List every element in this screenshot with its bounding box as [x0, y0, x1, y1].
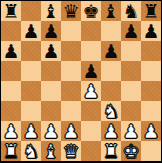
- square-c4[interactable]: [41, 81, 61, 101]
- square-b1[interactable]: ♞: [21, 141, 41, 161]
- black-knight[interactable]: ♞: [122, 1, 139, 21]
- black-pawn[interactable]: ♟: [102, 41, 119, 61]
- square-g3[interactable]: [121, 101, 141, 121]
- white-pawn[interactable]: ♟: [22, 121, 39, 141]
- square-e5[interactable]: ♟: [81, 61, 101, 81]
- white-king[interactable]: ♚: [122, 141, 139, 161]
- square-e7[interactable]: [81, 21, 101, 41]
- white-pawn[interactable]: ♟: [142, 121, 159, 141]
- square-e3[interactable]: [81, 101, 101, 121]
- square-g4[interactable]: [121, 81, 141, 101]
- square-g2[interactable]: ♟: [121, 121, 141, 141]
- square-c1[interactable]: ♝: [41, 141, 61, 161]
- square-f1[interactable]: ♜: [101, 141, 121, 161]
- chess-board-frame: ♜♝♛♚♝♞♜♟♟♟♟♟♟♟♟♟♞♟♟♟♟♟♟♟♜♞♝♛♜♚: [0, 1, 162, 163]
- square-e1[interactable]: [81, 141, 101, 161]
- square-f5[interactable]: [101, 61, 121, 81]
- square-a4[interactable]: [1, 81, 21, 101]
- square-b5[interactable]: [21, 61, 41, 81]
- black-pawn[interactable]: ♟: [42, 21, 59, 41]
- square-a2[interactable]: ♟: [1, 121, 21, 141]
- black-pawn[interactable]: ♟: [2, 41, 19, 61]
- white-pawn[interactable]: ♟: [102, 121, 119, 141]
- white-rook[interactable]: ♜: [2, 141, 19, 161]
- square-d8[interactable]: ♛: [61, 1, 81, 21]
- square-h2[interactable]: ♟: [141, 121, 161, 141]
- square-e6[interactable]: [81, 41, 101, 61]
- square-g5[interactable]: [121, 61, 141, 81]
- square-b2[interactable]: ♟: [21, 121, 41, 141]
- square-d5[interactable]: [61, 61, 81, 81]
- chess-board: ♜♝♛♚♝♞♜♟♟♟♟♟♟♟♟♟♞♟♟♟♟♟♟♟♜♞♝♛♜♚: [1, 1, 161, 161]
- square-f7[interactable]: [101, 21, 121, 41]
- white-knight[interactable]: ♞: [22, 141, 39, 161]
- square-c8[interactable]: ♝: [41, 1, 61, 21]
- square-d2[interactable]: ♟: [61, 121, 81, 141]
- square-h1[interactable]: [141, 141, 161, 161]
- white-bishop[interactable]: ♝: [42, 141, 59, 161]
- white-queen[interactable]: ♛: [62, 141, 79, 161]
- square-g1[interactable]: ♚: [121, 141, 141, 161]
- black-king[interactable]: ♚: [82, 1, 99, 21]
- square-e4[interactable]: ♟: [81, 81, 101, 101]
- black-pawn[interactable]: ♟: [142, 21, 159, 41]
- square-d3[interactable]: [61, 101, 81, 121]
- square-c6[interactable]: ♟: [41, 41, 61, 61]
- black-pawn[interactable]: ♟: [82, 61, 99, 81]
- square-h8[interactable]: ♜: [141, 1, 161, 21]
- square-b3[interactable]: [21, 101, 41, 121]
- square-a8[interactable]: ♜: [1, 1, 21, 21]
- white-pawn[interactable]: ♟: [62, 121, 79, 141]
- square-h3[interactable]: [141, 101, 161, 121]
- square-b4[interactable]: [21, 81, 41, 101]
- square-a6[interactable]: ♟: [1, 41, 21, 61]
- square-f2[interactable]: ♟: [101, 121, 121, 141]
- black-rook[interactable]: ♜: [2, 1, 19, 21]
- square-c7[interactable]: ♟: [41, 21, 61, 41]
- square-h4[interactable]: [141, 81, 161, 101]
- square-c2[interactable]: ♟: [41, 121, 61, 141]
- square-b6[interactable]: [21, 41, 41, 61]
- square-a1[interactable]: ♜: [1, 141, 21, 161]
- black-pawn[interactable]: ♟: [42, 41, 59, 61]
- white-pawn[interactable]: ♟: [82, 81, 99, 101]
- black-queen[interactable]: ♛: [62, 1, 79, 21]
- square-g6[interactable]: [121, 41, 141, 61]
- square-c3[interactable]: [41, 101, 61, 121]
- square-c5[interactable]: [41, 61, 61, 81]
- black-bishop[interactable]: ♝: [42, 1, 59, 21]
- square-a5[interactable]: [1, 61, 21, 81]
- white-pawn[interactable]: ♟: [122, 121, 139, 141]
- square-f4[interactable]: [101, 81, 121, 101]
- square-g8[interactable]: ♞: [121, 1, 141, 21]
- square-f8[interactable]: ♝: [101, 1, 121, 21]
- black-rook[interactable]: ♜: [142, 1, 159, 21]
- square-h7[interactable]: ♟: [141, 21, 161, 41]
- square-b8[interactable]: [21, 1, 41, 21]
- square-b7[interactable]: ♟: [21, 21, 41, 41]
- black-pawn[interactable]: ♟: [22, 21, 39, 41]
- square-e8[interactable]: ♚: [81, 1, 101, 21]
- square-d6[interactable]: [61, 41, 81, 61]
- black-pawn[interactable]: ♟: [122, 21, 139, 41]
- black-bishop[interactable]: ♝: [102, 1, 119, 21]
- white-pawn[interactable]: ♟: [42, 121, 59, 141]
- square-f3[interactable]: ♞: [101, 101, 121, 121]
- white-rook[interactable]: ♜: [102, 141, 119, 161]
- square-a7[interactable]: [1, 21, 21, 41]
- square-h5[interactable]: [141, 61, 161, 81]
- square-g7[interactable]: ♟: [121, 21, 141, 41]
- square-f6[interactable]: ♟: [101, 41, 121, 61]
- square-d1[interactable]: ♛: [61, 141, 81, 161]
- square-a3[interactable]: [1, 101, 21, 121]
- white-pawn[interactable]: ♟: [2, 121, 19, 141]
- square-d4[interactable]: [61, 81, 81, 101]
- square-h6[interactable]: [141, 41, 161, 61]
- square-e2[interactable]: [81, 121, 101, 141]
- white-knight[interactable]: ♞: [102, 101, 119, 121]
- square-d7[interactable]: [61, 21, 81, 41]
